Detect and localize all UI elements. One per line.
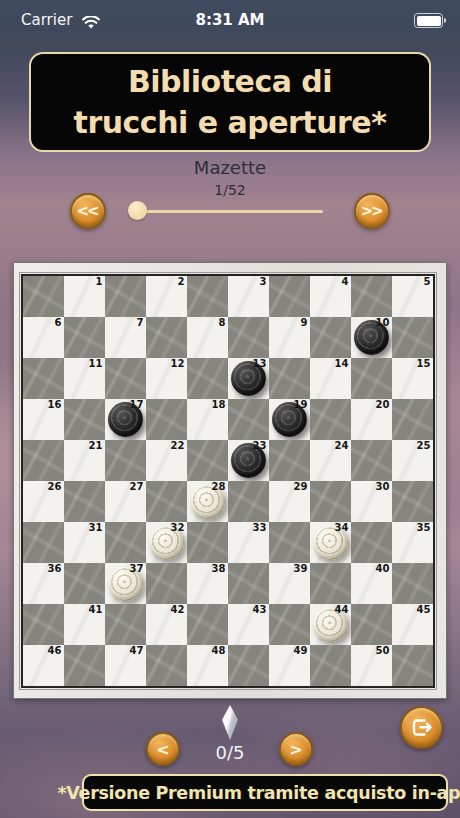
square-11[interactable]: 11 [64, 358, 105, 399]
square-number: 4 [342, 276, 349, 287]
app-title-panel: Biblioteca di trucchi e aperture* [29, 52, 431, 152]
square-number: 38 [212, 563, 226, 574]
square-number: 46 [48, 645, 62, 656]
square-number: 23 [253, 440, 267, 451]
square-number: 41 [89, 604, 103, 615]
clock: 8:31 AM [0, 11, 460, 29]
square-24[interactable]: 24 [310, 440, 351, 481]
square-number: 49 [294, 645, 308, 656]
square-46[interactable]: 46 [23, 645, 64, 686]
puzzle-slider-track[interactable] [137, 210, 323, 213]
square-39[interactable]: 39 [269, 563, 310, 604]
dark-square [187, 276, 228, 317]
puzzle-name: Mazette [0, 157, 460, 178]
dark-square [269, 276, 310, 317]
square-49[interactable]: 49 [269, 645, 310, 686]
square-36[interactable]: 36 [23, 563, 64, 604]
dark-square [105, 358, 146, 399]
square-17[interactable]: 17 [105, 399, 146, 440]
dark-square [23, 440, 64, 481]
square-number: 6 [55, 317, 62, 328]
dark-square [310, 317, 351, 358]
square-number: 7 [137, 317, 144, 328]
square-number: 31 [89, 522, 103, 533]
prev-puzzle-button[interactable]: << [70, 193, 106, 229]
dark-square [187, 358, 228, 399]
dark-square [392, 317, 433, 358]
square-number: 45 [417, 604, 431, 615]
square-number: 32 [171, 522, 185, 533]
square-6[interactable]: 6 [23, 317, 64, 358]
square-33[interactable]: 33 [228, 522, 269, 563]
square-44[interactable]: 44 [310, 604, 351, 645]
square-16[interactable]: 16 [23, 399, 64, 440]
square-number: 44 [335, 604, 349, 615]
square-45[interactable]: 45 [392, 604, 433, 645]
square-25[interactable]: 25 [392, 440, 433, 481]
dark-square [310, 481, 351, 522]
square-number: 13 [253, 358, 267, 369]
dark-square [269, 604, 310, 645]
dark-square [228, 563, 269, 604]
square-number: 17 [130, 399, 144, 410]
square-number: 27 [130, 481, 144, 492]
next-move-button[interactable]: > [279, 732, 313, 766]
square-40[interactable]: 40 [351, 563, 392, 604]
square-5[interactable]: 5 [392, 276, 433, 317]
square-number: 42 [171, 604, 185, 615]
square-number: 18 [212, 399, 226, 410]
square-number: 8 [219, 317, 226, 328]
next-puzzle-label: >> [360, 202, 381, 220]
dark-square [392, 481, 433, 522]
square-1[interactable]: 1 [64, 276, 105, 317]
dark-square [310, 645, 351, 686]
dark-square [105, 604, 146, 645]
square-number: 47 [130, 645, 144, 656]
square-31[interactable]: 31 [64, 522, 105, 563]
next-move-label: > [289, 740, 302, 759]
square-20[interactable]: 20 [351, 399, 392, 440]
dark-square [187, 440, 228, 481]
square-number: 34 [335, 522, 349, 533]
square-number: 30 [376, 481, 390, 492]
square-number: 19 [294, 399, 308, 410]
square-30[interactable]: 30 [351, 481, 392, 522]
dark-square [187, 522, 228, 563]
dark-square [105, 276, 146, 317]
square-number: 36 [48, 563, 62, 574]
dark-square [64, 481, 105, 522]
position-index: 1/52 [0, 182, 460, 198]
square-number: 35 [417, 522, 431, 533]
dark-square [187, 604, 228, 645]
next-puzzle-button[interactable]: >> [354, 193, 390, 229]
square-number: 25 [417, 440, 431, 451]
square-41[interactable]: 41 [64, 604, 105, 645]
square-48[interactable]: 48 [187, 645, 228, 686]
square-21[interactable]: 21 [64, 440, 105, 481]
dark-square [392, 645, 433, 686]
square-number: 28 [212, 481, 226, 492]
square-4[interactable]: 4 [310, 276, 351, 317]
square-12[interactable]: 12 [146, 358, 187, 399]
dark-square [269, 522, 310, 563]
dark-square [23, 522, 64, 563]
dark-square [146, 645, 187, 686]
puzzle-slider-thumb[interactable] [128, 201, 147, 220]
square-number: 24 [335, 440, 349, 451]
dark-square [351, 276, 392, 317]
square-47[interactable]: 47 [105, 645, 146, 686]
square-number: 15 [417, 358, 431, 369]
app-screen: Carrier 8:31 AM Biblioteca di trucchi e … [0, 0, 460, 818]
square-14[interactable]: 14 [310, 358, 351, 399]
square-10[interactable]: 10 [351, 317, 392, 358]
dark-square [64, 399, 105, 440]
dark-square [23, 604, 64, 645]
dark-square [105, 522, 146, 563]
prev-puzzle-label: << [76, 202, 97, 220]
export-icon [410, 718, 434, 738]
dark-square [351, 604, 392, 645]
battery-icon [414, 13, 443, 28]
dark-square [64, 317, 105, 358]
premium-note: *Versione Premium tramite acquisto in-ap… [57, 783, 460, 803]
dark-square [228, 399, 269, 440]
square-number: 50 [376, 645, 390, 656]
square-15[interactable]: 15 [392, 358, 433, 399]
square-number: 1 [96, 276, 103, 287]
dark-square [64, 563, 105, 604]
square-number: 48 [212, 645, 226, 656]
square-number: 5 [424, 276, 431, 287]
board-grid: 1234567891011121314151617181920212223242… [21, 274, 435, 688]
square-number: 43 [253, 604, 267, 615]
square-number: 26 [48, 481, 62, 492]
square-number: 11 [89, 358, 103, 369]
dark-square [146, 481, 187, 522]
app-title-line1: Biblioteca di [128, 61, 332, 102]
prev-move-button[interactable]: < [146, 732, 180, 766]
square-42[interactable]: 42 [146, 604, 187, 645]
dark-square [392, 563, 433, 604]
square-27[interactable]: 27 [105, 481, 146, 522]
square-50[interactable]: 50 [351, 645, 392, 686]
dark-square [228, 317, 269, 358]
square-37[interactable]: 37 [105, 563, 146, 604]
square-number: 39 [294, 563, 308, 574]
square-number: 12 [171, 358, 185, 369]
dark-square [146, 563, 187, 604]
square-43[interactable]: 43 [228, 604, 269, 645]
square-number: 20 [376, 399, 390, 410]
square-number: 3 [260, 276, 267, 287]
square-number: 29 [294, 481, 308, 492]
square-9[interactable]: 9 [269, 317, 310, 358]
square-22[interactable]: 22 [146, 440, 187, 481]
square-35[interactable]: 35 [392, 522, 433, 563]
premium-banner: *Versione Premium tramite acquisto in-ap… [82, 774, 448, 811]
square-23[interactable]: 23 [228, 440, 269, 481]
square-38[interactable]: 38 [187, 563, 228, 604]
square-29[interactable]: 29 [269, 481, 310, 522]
square-28[interactable]: 28 [187, 481, 228, 522]
square-number: 2 [178, 276, 185, 287]
square-8[interactable]: 8 [187, 317, 228, 358]
square-34[interactable]: 34 [310, 522, 351, 563]
dark-square [351, 440, 392, 481]
square-32[interactable]: 32 [146, 522, 187, 563]
square-2[interactable]: 2 [146, 276, 187, 317]
square-3[interactable]: 3 [228, 276, 269, 317]
dark-square [392, 399, 433, 440]
square-26[interactable]: 26 [23, 481, 64, 522]
dark-square [228, 645, 269, 686]
dark-square [64, 645, 105, 686]
dark-square [351, 358, 392, 399]
dark-square [23, 358, 64, 399]
move-indicator-diamond-icon [222, 705, 238, 740]
square-number: 10 [376, 317, 390, 328]
draughts-board: 1234567891011121314151617181920212223242… [13, 262, 447, 699]
dark-square [23, 276, 64, 317]
status-bar: Carrier 8:31 AM [0, 0, 460, 44]
dark-square [351, 522, 392, 563]
square-19[interactable]: 19 [269, 399, 310, 440]
prev-move-label: < [156, 740, 169, 759]
square-number: 14 [335, 358, 349, 369]
app-title-line2: trucchi e aperture* [74, 102, 387, 143]
square-number: 22 [171, 440, 185, 451]
square-number: 9 [301, 317, 308, 328]
move-counter: 0/5 [0, 742, 460, 763]
square-number: 40 [376, 563, 390, 574]
square-number: 16 [48, 399, 62, 410]
square-number: 37 [130, 563, 144, 574]
square-7[interactable]: 7 [105, 317, 146, 358]
dark-square [146, 399, 187, 440]
square-13[interactable]: 13 [228, 358, 269, 399]
dark-square [310, 399, 351, 440]
dark-square [269, 440, 310, 481]
dark-square [269, 358, 310, 399]
square-number: 21 [89, 440, 103, 451]
square-number: 33 [253, 522, 267, 533]
dark-square [228, 481, 269, 522]
dark-square [146, 317, 187, 358]
export-button[interactable] [400, 706, 443, 749]
dark-square [310, 563, 351, 604]
dark-square [105, 440, 146, 481]
square-18[interactable]: 18 [187, 399, 228, 440]
